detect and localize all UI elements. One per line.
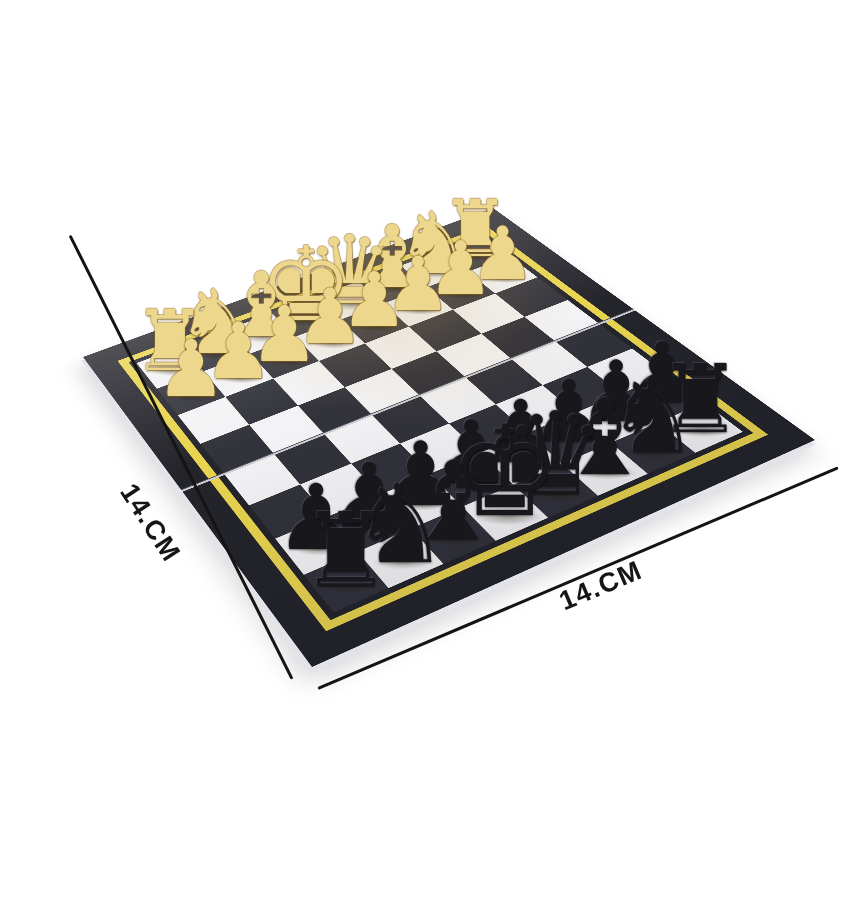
dimension-label-left: 14.CM xyxy=(113,478,186,568)
chess-board xyxy=(83,208,815,667)
product-photo-scene: ♜♞♟♝♟♛♟♚♟♝♟♞♟♜♟♟♟♟♜♟♞♟♝♟♛♟♚♟♝♟♞♜ 14.CM 1… xyxy=(0,0,850,906)
board-field xyxy=(137,236,743,613)
dimension-label-bottom: 14.CM xyxy=(555,555,647,618)
